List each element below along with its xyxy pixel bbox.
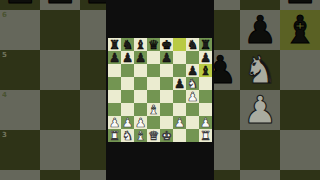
square-h5[interactable]: [199, 77, 212, 90]
square-h6[interactable]: ♝: [199, 64, 212, 77]
black-pawn[interactable]: ♟: [174, 77, 185, 90]
square-h4[interactable]: [199, 90, 212, 103]
bg-square-g2: [240, 170, 280, 180]
bg-white-knight: ♞: [243, 50, 277, 90]
square-a6[interactable]: [108, 64, 121, 77]
bg-square-h6: ♝: [280, 10, 320, 50]
bg-square-g3: [240, 130, 280, 170]
square-a7[interactable]: ♟: [108, 51, 121, 64]
square-c5[interactable]: [134, 77, 147, 90]
square-c1[interactable]: ♝: [134, 129, 147, 142]
square-d3[interactable]: ♝: [147, 103, 160, 116]
square-d6[interactable]: [147, 64, 160, 77]
white-pawn[interactable]: ♟: [174, 116, 185, 129]
square-f8[interactable]: [173, 38, 186, 51]
white-bishop[interactable]: ♝: [148, 103, 159, 116]
bg-square-h5: [280, 50, 320, 90]
bg-rank-label-3: 3: [2, 131, 7, 139]
square-d1[interactable]: ♛: [147, 129, 160, 142]
square-e7[interactable]: ♟: [160, 51, 173, 64]
bg-black-pawn: ♟: [3, 0, 37, 10]
square-g4[interactable]: ♟: [186, 90, 199, 103]
square-c4[interactable]: [134, 90, 147, 103]
bg-rank-label-5: 5: [2, 51, 7, 59]
bg-rank-label-6: 6: [2, 11, 7, 19]
bg-square-b6: [40, 10, 80, 50]
square-h1[interactable]: ♜: [199, 129, 212, 142]
square-b5[interactable]: [121, 77, 134, 90]
square-f7[interactable]: [173, 51, 186, 64]
white-king[interactable]: ♚: [161, 129, 172, 142]
square-c6[interactable]: [134, 64, 147, 77]
square-g2[interactable]: [186, 116, 199, 129]
black-pawn[interactable]: ♟: [122, 51, 133, 64]
square-f1[interactable]: [173, 129, 186, 142]
bg-black-pawn: ♟: [43, 0, 77, 10]
bg-square-h4: [280, 90, 320, 130]
black-pawn[interactable]: ♟: [161, 51, 172, 64]
bg-square-b7: ♟: [40, 0, 80, 10]
square-d5[interactable]: [147, 77, 160, 90]
bg-square-a7: ♟: [0, 0, 40, 10]
bg-square-a4: 4: [0, 90, 40, 130]
bg-square-a2: [0, 170, 40, 180]
black-knight[interactable]: ♞: [187, 38, 198, 51]
white-knight[interactable]: ♞: [122, 129, 133, 142]
square-e6[interactable]: [160, 64, 173, 77]
square-f2[interactable]: ♟: [173, 116, 186, 129]
square-f5[interactable]: ♟: [173, 77, 186, 90]
shorts-frame: { "game": "chess", "position": { "fen": …: [0, 0, 320, 180]
white-rook[interactable]: ♜: [200, 129, 211, 142]
bg-black-bishop: ♝: [283, 10, 317, 50]
square-g1[interactable]: [186, 129, 199, 142]
chess-board[interactable]: ♜♞♝♛♚♞♜♟♟♟♟♟♟♝♟♞♟♝♟♟♟♟♟♜♞♝♛♚♜: [108, 38, 212, 142]
white-queen[interactable]: ♛: [148, 129, 159, 142]
video-strip: ♜♞♝♛♚♞♜♟♟♟♟♟♟♝♟♞♟♝♟♟♟♟♟♜♞♝♛♚♜: [106, 0, 214, 180]
black-bishop[interactable]: ♝: [200, 64, 211, 77]
square-e5[interactable]: [160, 77, 173, 90]
bg-square-g5: ♞: [240, 50, 280, 90]
bg-square-a3: 3: [0, 130, 40, 170]
square-d8[interactable]: ♛: [147, 38, 160, 51]
square-g8[interactable]: ♞: [186, 38, 199, 51]
bg-square-b5: [40, 50, 80, 90]
square-e1[interactable]: ♚: [160, 129, 173, 142]
square-a5[interactable]: [108, 77, 121, 90]
black-pawn[interactable]: ♟: [135, 51, 146, 64]
square-d7[interactable]: [147, 51, 160, 64]
bg-black-pawn: ♟: [243, 10, 277, 50]
white-pawn[interactable]: ♟: [187, 90, 198, 103]
bg-square-b2: [40, 170, 80, 180]
square-f4[interactable]: [173, 90, 186, 103]
square-e4[interactable]: [160, 90, 173, 103]
bg-white-pawn: ♟: [243, 90, 277, 130]
black-pawn[interactable]: ♟: [109, 51, 120, 64]
bg-square-g4: ♟: [240, 90, 280, 130]
square-b4[interactable]: [121, 90, 134, 103]
bg-square-g6: ♟: [240, 10, 280, 50]
square-b7[interactable]: ♟: [121, 51, 134, 64]
square-e3[interactable]: [160, 103, 173, 116]
white-rook[interactable]: ♜: [109, 129, 120, 142]
square-b1[interactable]: ♞: [121, 129, 134, 142]
square-b6[interactable]: [121, 64, 134, 77]
bg-square-a6: 6: [0, 10, 40, 50]
bg-square-h2: [280, 170, 320, 180]
bg-square-a5: 5: [0, 50, 40, 90]
square-a1[interactable]: ♜: [108, 129, 121, 142]
square-c7[interactable]: ♟: [134, 51, 147, 64]
square-g3[interactable]: [186, 103, 199, 116]
bg-square-h3: [280, 130, 320, 170]
bg-square-b4: [40, 90, 80, 130]
bg-rank-label-4: 4: [2, 91, 7, 99]
white-bishop[interactable]: ♝: [135, 129, 146, 142]
square-a4[interactable]: [108, 90, 121, 103]
bg-square-b3: [40, 130, 80, 170]
black-queen[interactable]: ♛: [148, 38, 159, 51]
